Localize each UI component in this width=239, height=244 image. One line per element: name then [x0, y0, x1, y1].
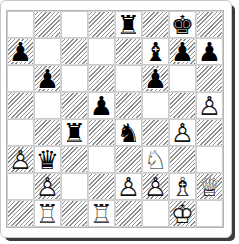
- white-pawn-icon: ♙: [169, 119, 196, 146]
- white-king-icon: ♔: [169, 200, 196, 227]
- square-a2[interactable]: [7, 173, 34, 200]
- square-b7[interactable]: [34, 38, 61, 65]
- square-e7[interactable]: [115, 38, 142, 65]
- square-f6[interactable]: ♟: [142, 65, 169, 92]
- chess-diagram-frame: ♜♚♟♝♟♟♟♟♟♟♙♜♞♟♙♟♙♛♞♘♟♙♟♙♟♙♝♗♛♕♜♖♜♖♚♔: [0, 0, 232, 238]
- square-h3[interactable]: [196, 146, 223, 173]
- square-f8[interactable]: [142, 11, 169, 38]
- white-bishop-fill: ♝: [169, 173, 196, 200]
- white-pawn-fill: ♟: [7, 146, 34, 173]
- square-h8[interactable]: [196, 11, 223, 38]
- white-rook-icon: ♖: [88, 200, 115, 227]
- white-queen-fill: ♛: [196, 173, 223, 200]
- square-g2[interactable]: ♝♗: [169, 173, 196, 200]
- square-g4[interactable]: ♟♙: [169, 119, 196, 146]
- square-e6[interactable]: [115, 65, 142, 92]
- white-rook-fill: ♜: [34, 200, 61, 227]
- square-g3[interactable]: [169, 146, 196, 173]
- square-h1[interactable]: [196, 200, 223, 227]
- white-pawn-icon: ♙: [142, 173, 169, 200]
- square-a5[interactable]: [7, 92, 34, 119]
- square-d6[interactable]: [88, 65, 115, 92]
- black-pawn-icon: ♟: [7, 38, 34, 65]
- square-e2[interactable]: ♟♙: [115, 173, 142, 200]
- square-b8[interactable]: [34, 11, 61, 38]
- square-d2[interactable]: [88, 173, 115, 200]
- black-bishop-icon: ♝: [142, 38, 169, 65]
- white-queen-icon: ♕: [196, 173, 223, 200]
- black-knight-icon: ♞: [115, 119, 142, 146]
- square-b1[interactable]: ♜♖: [34, 200, 61, 227]
- white-pawn-icon: ♙: [115, 173, 142, 200]
- square-b3[interactable]: ♛: [34, 146, 61, 173]
- square-c1[interactable]: [61, 200, 88, 227]
- white-pawn-icon: ♙: [34, 173, 61, 200]
- white-knight-icon: ♘: [142, 146, 169, 173]
- square-c6[interactable]: [61, 65, 88, 92]
- square-b4[interactable]: [34, 119, 61, 146]
- white-king-fill: ♚: [169, 200, 196, 227]
- square-d3[interactable]: [88, 146, 115, 173]
- square-d4[interactable]: [88, 119, 115, 146]
- square-g8[interactable]: ♚: [169, 11, 196, 38]
- white-pawn-fill: ♟: [169, 119, 196, 146]
- square-f5[interactable]: [142, 92, 169, 119]
- square-e3[interactable]: [115, 146, 142, 173]
- white-bishop-icon: ♗: [169, 173, 196, 200]
- square-a8[interactable]: [7, 11, 34, 38]
- square-h6[interactable]: [196, 65, 223, 92]
- black-rook-icon: ♜: [115, 11, 142, 38]
- square-a6[interactable]: [7, 65, 34, 92]
- black-king-icon: ♚: [169, 11, 196, 38]
- square-b5[interactable]: [34, 92, 61, 119]
- square-h4[interactable]: [196, 119, 223, 146]
- square-g7[interactable]: ♟: [169, 38, 196, 65]
- square-d1[interactable]: ♜♖: [88, 200, 115, 227]
- square-f3[interactable]: ♞♘: [142, 146, 169, 173]
- square-d5[interactable]: ♟: [88, 92, 115, 119]
- square-g1[interactable]: ♚♔: [169, 200, 196, 227]
- white-knight-fill: ♞: [142, 146, 169, 173]
- square-d8[interactable]: [88, 11, 115, 38]
- square-d7[interactable]: [88, 38, 115, 65]
- square-f2[interactable]: ♟♙: [142, 173, 169, 200]
- square-g6[interactable]: [169, 65, 196, 92]
- square-c8[interactable]: [61, 11, 88, 38]
- white-pawn-fill: ♟: [115, 173, 142, 200]
- square-f7[interactable]: ♝: [142, 38, 169, 65]
- square-e5[interactable]: [115, 92, 142, 119]
- white-pawn-icon: ♙: [196, 92, 223, 119]
- square-b2[interactable]: ♟♙: [34, 173, 61, 200]
- white-pawn-fill: ♟: [34, 173, 61, 200]
- square-h5[interactable]: ♟♙: [196, 92, 223, 119]
- square-f4[interactable]: [142, 119, 169, 146]
- square-e4[interactable]: ♞: [115, 119, 142, 146]
- black-queen-icon: ♛: [34, 146, 61, 173]
- white-rook-fill: ♜: [88, 200, 115, 227]
- square-h7[interactable]: ♟: [196, 38, 223, 65]
- white-rook-icon: ♖: [34, 200, 61, 227]
- square-a4[interactable]: [7, 119, 34, 146]
- black-pawn-icon: ♟: [196, 38, 223, 65]
- square-c2[interactable]: [61, 173, 88, 200]
- square-a1[interactable]: [7, 200, 34, 227]
- square-c4[interactable]: ♜: [61, 119, 88, 146]
- black-pawn-icon: ♟: [142, 65, 169, 92]
- square-h2[interactable]: ♛♕: [196, 173, 223, 200]
- white-pawn-fill: ♟: [142, 173, 169, 200]
- white-pawn-icon: ♙: [7, 146, 34, 173]
- square-e1[interactable]: [115, 200, 142, 227]
- square-b6[interactable]: ♟: [34, 65, 61, 92]
- square-g5[interactable]: [169, 92, 196, 119]
- square-a7[interactable]: ♟: [7, 38, 34, 65]
- black-pawn-icon: ♟: [88, 92, 115, 119]
- square-c7[interactable]: [61, 38, 88, 65]
- black-pawn-icon: ♟: [34, 65, 61, 92]
- square-e8[interactable]: ♜: [115, 11, 142, 38]
- white-pawn-fill: ♟: [196, 92, 223, 119]
- black-pawn-icon: ♟: [169, 38, 196, 65]
- square-c3[interactable]: [61, 146, 88, 173]
- square-f1[interactable]: [142, 200, 169, 227]
- black-rook-icon: ♜: [61, 119, 88, 146]
- square-a3[interactable]: ♟♙: [7, 146, 34, 173]
- chess-board: ♜♚♟♝♟♟♟♟♟♟♙♜♞♟♙♟♙♛♞♘♟♙♟♙♟♙♝♗♛♕♜♖♜♖♚♔: [6, 10, 224, 228]
- square-c5[interactable]: [61, 92, 88, 119]
